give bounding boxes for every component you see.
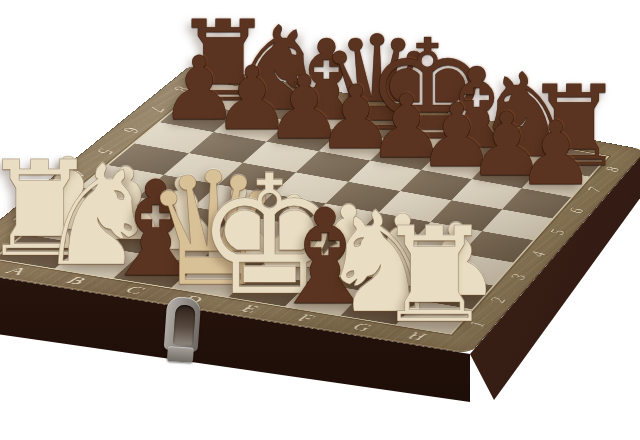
board-grid bbox=[0, 82, 607, 334]
chess-set-photo: ABCDEFGH1122334455667788 ♜♞♝♛♚♝♞♜♟♟♟♟♟♟♟… bbox=[0, 0, 640, 440]
clasp-hole bbox=[173, 304, 196, 345]
clasp-catch-plate bbox=[167, 346, 194, 363]
metal-clasp-icon bbox=[161, 296, 206, 367]
clasp-loop bbox=[164, 296, 202, 352]
chess-board: ABCDEFGH1122334455667788 bbox=[0, 64, 640, 354]
